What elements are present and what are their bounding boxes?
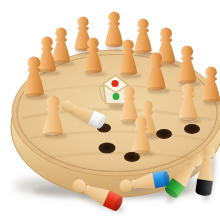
peg-base-edge — [105, 44, 122, 48]
peg-head — [150, 53, 162, 65]
peg-hole[interactable] — [99, 143, 116, 154]
peg-head — [205, 67, 217, 79]
peg-head — [181, 46, 193, 58]
peg-base-edge — [147, 87, 165, 91]
peg-base-edge — [24, 93, 43, 97]
peg-head — [41, 37, 53, 49]
peg-hole[interactable] — [184, 124, 200, 134]
peg-head — [160, 27, 172, 39]
peg-base-edge — [120, 119, 137, 123]
peg-body — [105, 23, 123, 47]
peg-head — [182, 84, 194, 96]
peg-head — [122, 40, 134, 52]
peg-base-edge — [178, 80, 196, 84]
peg-head — [135, 117, 147, 129]
peg-head — [141, 101, 153, 113]
peg-head — [47, 96, 60, 109]
peg-head — [28, 57, 41, 70]
peg-body — [38, 48, 56, 72]
peg-head — [55, 27, 67, 39]
peg-head — [108, 12, 120, 24]
die-dot-red — [111, 80, 118, 87]
peg-head — [77, 17, 88, 28]
peg-base-edge — [135, 50, 152, 54]
memory-chess-product-photo — [0, 0, 220, 220]
peg-head — [87, 38, 99, 50]
peg-base-edge — [202, 99, 219, 103]
peg-base-edge — [52, 60, 69, 64]
peg-base-edge — [179, 117, 197, 121]
peg-body — [52, 39, 70, 63]
peg-base-edge — [38, 69, 55, 73]
peg-base-edge — [43, 132, 62, 136]
peg-base-edge — [119, 72, 136, 76]
scene — [0, 0, 220, 220]
peg-body — [178, 58, 197, 84]
peg-base-edge — [132, 150, 150, 154]
peg-head — [123, 87, 135, 99]
peg-base-edge — [84, 70, 101, 74]
die-dot-green — [113, 93, 120, 100]
standing-peg[interactable] — [134, 19, 156, 57]
peg-head — [137, 19, 148, 30]
peg-body — [134, 30, 152, 54]
